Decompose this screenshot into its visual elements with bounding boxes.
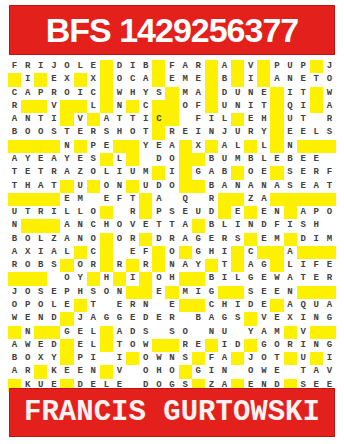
grid-cell: T (165, 219, 178, 232)
grid-cell: J (323, 60, 336, 73)
grid-cell: E (47, 73, 60, 86)
grid-cell: V (74, 113, 87, 126)
grid-cell: I (297, 100, 310, 113)
grid-cell (179, 299, 192, 312)
grid-cell: E (60, 299, 73, 312)
grid-cell: R (310, 166, 323, 179)
grid-cell: V (257, 312, 270, 325)
grid-cell: L (231, 140, 244, 153)
grid-cell (323, 326, 336, 339)
grid-cell: G (257, 339, 270, 352)
grid-cell: E (257, 299, 270, 312)
grid-cell: I (165, 166, 178, 179)
grid-cell (87, 272, 100, 285)
grid-cell (231, 326, 244, 339)
grid-cell: A (205, 312, 218, 325)
grid-cell: O (74, 259, 87, 272)
grid-cell (100, 60, 113, 73)
grid-cell: B (244, 153, 257, 166)
grid-cell: U (74, 180, 87, 193)
grid-cell: B (205, 153, 218, 166)
grid-cell: A (8, 246, 21, 259)
grid-cell: Y (21, 153, 34, 166)
grid-cell: W (323, 87, 336, 100)
grid-cell (231, 286, 244, 299)
grid-cell: T (8, 180, 21, 193)
grid-cell: E (310, 272, 323, 285)
grid-cell: I (192, 126, 205, 139)
grid-cell: A (179, 219, 192, 232)
grid-cell: C (87, 246, 100, 259)
grid-cell: S (165, 206, 178, 219)
grid-cell: D (257, 219, 270, 232)
grid-cell: A (139, 73, 152, 86)
grid-cell (165, 286, 178, 299)
grid-cell: L (74, 60, 87, 73)
grid-cell: I (218, 272, 231, 285)
grid-cell: E (310, 153, 323, 166)
grid-cell: O (87, 166, 100, 179)
grid-cell: E (165, 73, 178, 86)
grid-cell: O (244, 166, 257, 179)
grid-cell: I (284, 219, 297, 232)
grid-cell: U (139, 180, 152, 193)
grid-cell: A (8, 113, 21, 126)
grid-cell: S (87, 286, 100, 299)
grid-cell: T (34, 113, 47, 126)
grid-cell: G (60, 326, 73, 339)
grid-cell: D (126, 326, 139, 339)
grid-cell: O (139, 352, 152, 365)
grid-cell: B (284, 153, 297, 166)
grid-cell: O (165, 180, 178, 193)
grid-cell: L (231, 272, 244, 285)
grid-cell (284, 365, 297, 378)
grid-cell (192, 180, 205, 193)
grid-cell: H (74, 286, 87, 299)
grid-cell: R (126, 299, 139, 312)
grid-cell (179, 365, 192, 378)
grid-cell: L (47, 299, 60, 312)
grid-cell: V (113, 365, 126, 378)
grid-cell: L (87, 339, 100, 352)
grid-cell: M (179, 286, 192, 299)
grid-cell (8, 193, 21, 206)
grid-cell: S (152, 87, 165, 100)
grid-cell (126, 365, 139, 378)
grid-cell: E (60, 365, 73, 378)
grid-cell: D (113, 60, 126, 73)
grid-cell: D (205, 206, 218, 219)
grid-cell (270, 166, 283, 179)
grid-cell (34, 100, 47, 113)
grid-cell: O (165, 365, 178, 378)
grid-cell: R (126, 233, 139, 246)
grid-cell: B (192, 312, 205, 325)
grid-cell (152, 339, 165, 352)
grid-cell (34, 140, 47, 153)
grid-cell: A (60, 219, 73, 232)
grid-cell: T (34, 166, 47, 179)
grid-cell (100, 233, 113, 246)
grid-cell: E (74, 326, 87, 339)
grid-cell (126, 286, 139, 299)
grid-cell: O (100, 180, 113, 193)
grid-cell (34, 219, 47, 232)
author-name: FRANCIS GURTOWSKI (24, 396, 320, 429)
grid-cell (231, 352, 244, 365)
grid-cell: P (60, 286, 73, 299)
grid-cell: S (47, 259, 60, 272)
grid-cell (47, 193, 60, 206)
grid-cell: O (87, 206, 100, 219)
grid-cell: L (218, 113, 231, 126)
grid-cell (205, 339, 218, 352)
grid-cell (284, 206, 297, 219)
grid-cell: T (297, 272, 310, 285)
grid-cell (192, 193, 205, 206)
grid-cell (270, 126, 283, 139)
grid-cell (231, 259, 244, 272)
grid-cell: E (270, 286, 283, 299)
grid-cell (218, 193, 231, 206)
grid-cell: U (8, 206, 21, 219)
grid-cell: O (60, 60, 73, 73)
grid-cell (60, 100, 73, 113)
grid-cell: N (205, 326, 218, 339)
grid-cell: R (47, 166, 60, 179)
grid-cell: I (284, 87, 297, 100)
grid-cell: I (87, 352, 100, 365)
grid-cell (205, 73, 218, 86)
grid-cell: T (310, 73, 323, 86)
grid-cell: N (113, 100, 126, 113)
grid-cell: B (205, 180, 218, 193)
grid-cell (113, 140, 126, 153)
grid-cell: I (310, 233, 323, 246)
grid-cell: S (100, 126, 113, 139)
grid-cell: N (270, 206, 283, 219)
grid-cell: A (284, 299, 297, 312)
grid-cell: Q (179, 193, 192, 206)
grid-cell: O (323, 206, 336, 219)
grid-cell: T (8, 166, 21, 179)
grid-cell: G (192, 166, 205, 179)
grid-cell: H (310, 219, 323, 232)
grid-cell: H (126, 87, 139, 100)
grid-cell (323, 219, 336, 232)
grid-cell: R (218, 233, 231, 246)
grid-cell: R (165, 312, 178, 325)
grid-cell: E (34, 153, 47, 166)
grid-cell: I (231, 299, 244, 312)
grid-cell: N (284, 286, 297, 299)
grid-cell: E (270, 365, 283, 378)
grid-cell (139, 206, 152, 219)
grid-cell: X (34, 352, 47, 365)
grid-cell: R (165, 126, 178, 139)
grid-cell: J (8, 286, 21, 299)
grid-cell (310, 352, 323, 365)
grid-cell: R (244, 126, 257, 139)
grid-cell (297, 140, 310, 153)
grid-cell (192, 272, 205, 285)
grid-cell (100, 352, 113, 365)
grid-cell: G (192, 246, 205, 259)
grid-cell: S (87, 153, 100, 166)
grid-cell: O (179, 326, 192, 339)
grid-cell (231, 246, 244, 259)
grid-cell: G (205, 286, 218, 299)
grid-cell (179, 312, 192, 325)
grid-cell (126, 352, 139, 365)
grid-cell (270, 193, 283, 206)
grid-cell: I (126, 272, 139, 285)
author-banner: FRANCIS GURTOWSKI (9, 388, 335, 437)
grid-cell: O (21, 352, 34, 365)
grid-cell: N (113, 180, 126, 193)
grid-cell: Q (284, 100, 297, 113)
grid-cell: F (165, 60, 178, 73)
grid-cell: A (192, 87, 205, 100)
grid-cell: Z (244, 193, 257, 206)
grid-cell: N (8, 219, 21, 232)
grid-cell: N (165, 352, 178, 365)
grid-cell: U (297, 352, 310, 365)
grid-cell (126, 140, 139, 153)
grid-cell: U (218, 326, 231, 339)
grid-cell: E (152, 286, 165, 299)
grid-cell (74, 140, 87, 153)
grid-cell (310, 246, 323, 259)
grid-cell: I (21, 73, 34, 86)
grid-cell (244, 312, 257, 325)
grid-cell: E (270, 153, 283, 166)
grid-cell: S (297, 219, 310, 232)
grid-cell (21, 272, 34, 285)
grid-cell: I (34, 246, 47, 259)
grid-cell: X (192, 140, 205, 153)
grid-cell: N (310, 312, 323, 325)
grid-cell: M (179, 87, 192, 100)
grid-cell: N (74, 233, 87, 246)
grid-cell: N (165, 259, 178, 272)
grid-cell (152, 299, 165, 312)
grid-cell: H (21, 180, 34, 193)
grid-cell: A (297, 206, 310, 219)
grid-cell: W (257, 365, 270, 378)
grid-cell (139, 233, 152, 246)
grid-cell (270, 113, 283, 126)
grid-cell: D (152, 233, 165, 246)
grid-cell: O (139, 365, 152, 378)
grid-cell (21, 219, 34, 232)
grid-cell: J (244, 352, 257, 365)
grid-cell (60, 312, 73, 325)
grid-cell: E (87, 60, 100, 73)
grid-cell: S (165, 326, 178, 339)
grid-cell: R (284, 339, 297, 352)
grid-cell: L (87, 326, 100, 339)
grid-cell: O (21, 233, 34, 246)
grid-cell (179, 140, 192, 153)
grid-cell: A (21, 87, 34, 100)
grid-cell (165, 193, 178, 206)
grid-cell: N (218, 365, 231, 378)
grid-cell: D (139, 312, 152, 325)
grid-cell: E (270, 312, 283, 325)
grid-cell: G (323, 312, 336, 325)
grid-cell: A (218, 180, 231, 193)
grid-cell (87, 180, 100, 193)
grid-cell (126, 259, 139, 272)
grid-cell (323, 193, 336, 206)
grid-cell: E (257, 233, 270, 246)
grid-cell: M (270, 326, 283, 339)
grid-cell: O (113, 233, 126, 246)
grid-cell (152, 259, 165, 272)
grid-cell: L (113, 153, 126, 166)
grid-cell: C (139, 100, 152, 113)
grid-cell (310, 60, 323, 73)
grid-cell (47, 272, 60, 285)
grid-cell: N (34, 312, 47, 325)
grid-cell (270, 299, 283, 312)
grid-cell (100, 259, 113, 272)
grid-cell: G (113, 312, 126, 325)
grid-cell: F (205, 352, 218, 365)
grid-cell: E (165, 299, 178, 312)
grid-cell (270, 100, 283, 113)
grid-cell (74, 100, 87, 113)
grid-cell: O (113, 73, 126, 86)
grid-cell: Y (244, 326, 257, 339)
grid-cell: G (192, 233, 205, 246)
grid-cell: T (257, 100, 270, 113)
grid-cell: P (310, 206, 323, 219)
grid-cell: D (231, 339, 244, 352)
grid-cell: S (244, 286, 257, 299)
grid-cell (310, 193, 323, 206)
grid-cell (310, 100, 323, 113)
grid-cell (34, 326, 47, 339)
grid-cell (74, 73, 87, 86)
grid-cell (270, 87, 283, 100)
grid-cell: T (270, 352, 283, 365)
grid-cell: D (244, 299, 257, 312)
grid-cell: E (257, 206, 270, 219)
grid-cell: N (205, 126, 218, 139)
grid-cell: O (126, 339, 139, 352)
grid-cell: R (21, 365, 34, 378)
grid-cell (152, 73, 165, 86)
grid-cell: R (8, 100, 21, 113)
grid-cell: E (323, 259, 336, 272)
grid-cell (231, 73, 244, 86)
grid-cell: F (192, 113, 205, 126)
grid-cell (244, 206, 257, 219)
grid-cell (165, 87, 178, 100)
grid-cell (270, 246, 283, 259)
grid-cell: W (152, 352, 165, 365)
grid-cell (47, 219, 60, 232)
grid-cell: I (47, 206, 60, 219)
book-cover: BFS 1429256377 FRIJOLEDIBFARAVPUPJIEXXOC… (0, 0, 344, 444)
grid-cell: O (21, 259, 34, 272)
grid-cell: R (87, 126, 100, 139)
grid-cell: E (257, 166, 270, 179)
title-banner: BFS 1429256377 (9, 5, 335, 55)
grid-cell: W (270, 272, 283, 285)
grid-cell (21, 100, 34, 113)
grid-cell: D (297, 233, 310, 246)
grid-cell: I (113, 166, 126, 179)
grid-cell: Y (139, 87, 152, 100)
grid-cell: L (60, 246, 73, 259)
grid-cell: J (74, 312, 87, 325)
grid-cell: E (297, 73, 310, 86)
grid-cell: P (270, 60, 283, 73)
grid-cell: R (205, 193, 218, 206)
grid-cell (100, 339, 113, 352)
grid-cell: A (257, 193, 270, 206)
grid-cell: V (126, 219, 139, 232)
grid-cell (231, 60, 244, 73)
grid-cell: E (257, 87, 270, 100)
grid-cell: F (310, 259, 323, 272)
grid-cell: R (8, 259, 21, 272)
grid-cell: O (257, 352, 270, 365)
grid-cell: G (244, 272, 257, 285)
grid-cell: E (139, 219, 152, 232)
grid-cell (231, 365, 244, 378)
grid-cell: T (323, 180, 336, 193)
grid-cell: R (139, 259, 152, 272)
grid-cell (126, 153, 139, 166)
grid-cell: T (126, 113, 139, 126)
grid-cell: T (113, 113, 126, 126)
grid-cell: I (113, 352, 126, 365)
grid-cell (270, 140, 283, 153)
grid-cell: I (139, 113, 152, 126)
grid-cell: E (74, 339, 87, 352)
grid-cell (310, 140, 323, 153)
grid-cell: U (192, 206, 205, 219)
grid-cell: O (100, 286, 113, 299)
grid-cell (113, 272, 126, 285)
grid-cell: X (60, 73, 73, 86)
grid-cell (74, 299, 87, 312)
grid-cell: N (231, 180, 244, 193)
grid-cell: T (297, 365, 310, 378)
grid-cell: P (74, 352, 87, 365)
grid-cell (100, 87, 113, 100)
grid-cell: I (205, 113, 218, 126)
grid-cell (100, 365, 113, 378)
grid-cell (179, 180, 192, 193)
grid-cell: O (323, 73, 336, 86)
grid-cell: R (192, 60, 205, 73)
grid-cell: H (100, 272, 113, 285)
grid-cell: E (47, 286, 60, 299)
grid-cell: I (297, 339, 310, 352)
grid-cell: S (231, 312, 244, 325)
grid-cell (244, 339, 257, 352)
grid-cell: L (34, 233, 47, 246)
grid-cell: R (34, 206, 47, 219)
grid-cell: H (165, 272, 178, 285)
grid-cell (34, 365, 47, 378)
